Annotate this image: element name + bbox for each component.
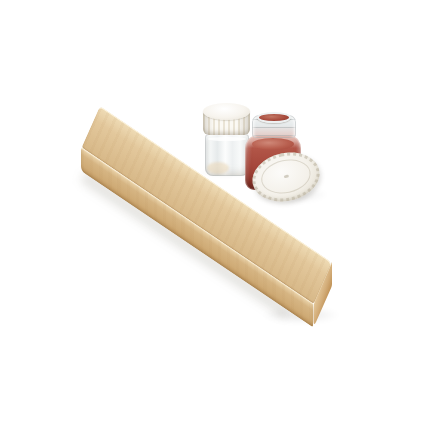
lid-center-dimple [284,174,290,178]
open-jar-mouth [257,112,291,123]
product-photo [0,0,423,423]
closed-jar-cap-top [203,103,250,120]
closed-jar-glass-body [205,134,249,176]
